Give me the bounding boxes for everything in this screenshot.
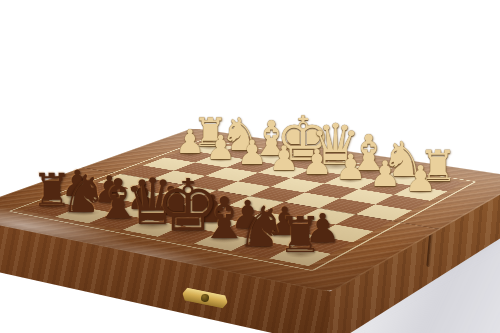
piece-white-pawn-a2[interactable]: ♟︎ [405,161,437,197]
piece-white-pawn-e2[interactable]: ♟︎ [269,141,300,175]
piece-white-pawn-h2[interactable]: ♟︎ [175,126,204,159]
piece-black-rook-a8[interactable]: ♜︎ [278,211,323,261]
pieces-layer: ♜︎♞︎♝︎♚︎♛︎♝︎♞︎♜︎♟︎♟︎♟︎♟︎♟︎♟︎♟︎♟︎♟︎♟︎♟︎♟︎… [0,0,500,333]
product-photo-scene: ♜︎♞︎♝︎♚︎♛︎♝︎♞︎♜︎♟︎♟︎♟︎♟︎♟︎♟︎♟︎♟︎♟︎♟︎♟︎♟︎… [0,0,500,333]
piece-white-pawn-d2[interactable]: ♟︎ [302,145,333,179]
piece-white-pawn-f2[interactable]: ♟︎ [237,136,267,170]
piece-white-pawn-c2[interactable]: ♟︎ [335,150,366,185]
piece-white-pawn-b2[interactable]: ♟︎ [369,156,401,191]
piece-white-pawn-g2[interactable]: ♟︎ [206,131,236,164]
